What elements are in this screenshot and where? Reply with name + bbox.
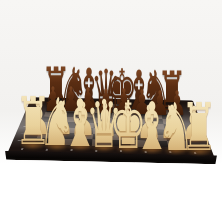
piece-black-pawn: ♟︎	[132, 85, 151, 119]
piece-reflection	[145, 107, 167, 114]
piece-black-queen: ♛︎	[91, 63, 121, 117]
piece-white-pawn: ♟︎	[159, 99, 185, 145]
piece-black-pawn: ♟︎	[79, 83, 98, 117]
piece-reflection	[19, 141, 45, 150]
piece-white-pawn: ♟︎	[70, 96, 96, 142]
piece-reflection	[184, 136, 202, 142]
piece-white-pawn: ♟︎	[48, 95, 74, 141]
piece-reflection	[96, 133, 114, 139]
piece-white-knight: ♞︎	[157, 95, 194, 161]
piece-black-pawn: ♟︎	[114, 84, 133, 118]
chess-set-product-photo: ♜︎♞︎♝︎♛︎♚︎♝︎♞︎♜︎♟︎♟︎♟︎♟︎♟︎♟︎♟︎♟︎♟︎♟︎♟︎♟︎…	[0, 0, 222, 222]
piece-reflection	[95, 105, 117, 112]
piece-black-rook: ♜︎	[41, 61, 71, 115]
piece-reflection	[138, 146, 164, 155]
piece-reflection	[62, 104, 84, 111]
piece-black-pawn: ♟︎	[43, 82, 62, 116]
piece-black-rook: ♜︎	[157, 65, 187, 119]
piece-reflection	[161, 107, 183, 114]
piece-reflection	[115, 145, 141, 154]
piece-white-pawn: ♟︎	[137, 99, 163, 145]
piece-reflection	[140, 134, 158, 140]
piece-white-pawn: ♟︎	[181, 100, 207, 146]
piece-reflection	[162, 135, 180, 141]
piece-white-queen: ♛︎	[86, 92, 123, 158]
piece-reflection	[73, 132, 91, 138]
piece-reflection	[82, 109, 96, 113]
piece-black-knight: ♞︎	[57, 61, 87, 115]
piece-reflection	[29, 130, 47, 136]
piece-black-pawn: ♟︎	[168, 86, 187, 120]
piece-reflection	[153, 112, 167, 116]
piece-reflection	[171, 112, 185, 116]
piece-white-knight: ♞︎	[38, 90, 75, 156]
piece-black-pawn: ♟︎	[97, 84, 116, 118]
piece-white-bishop: ♝︎	[133, 94, 170, 160]
piece-reflection	[99, 110, 113, 114]
piece-reflection	[117, 110, 131, 114]
piece-white-king: ♚︎	[110, 93, 147, 159]
piece-reflection	[51, 131, 69, 137]
piece-white-rook: ♜︎	[14, 89, 51, 155]
piece-reflection	[45, 103, 67, 110]
piece-reflection	[46, 108, 60, 112]
piece-reflection	[64, 109, 78, 113]
piece-black-pawn: ♟︎	[61, 82, 80, 116]
piece-black-knight: ♞︎	[140, 64, 170, 118]
piece-reflection	[128, 106, 150, 113]
piece-white-pawn: ♟︎	[92, 97, 118, 143]
piece-reflection	[43, 142, 69, 151]
piece-reflection	[162, 146, 188, 155]
piece-black-bishop: ♝︎	[124, 64, 154, 118]
piece-white-rook: ♜︎	[181, 95, 218, 161]
pieces-layer: ♜︎♞︎♝︎♛︎♚︎♝︎♞︎♜︎♟︎♟︎♟︎♟︎♟︎♟︎♟︎♟︎♟︎♟︎♟︎♟︎…	[0, 0, 222, 222]
piece-reflection	[91, 144, 117, 153]
piece-reflection	[112, 105, 134, 112]
piece-reflection	[135, 111, 149, 115]
piece-black-pawn: ♟︎	[150, 86, 169, 120]
piece-reflection	[186, 147, 212, 156]
piece-white-bishop: ♝︎	[62, 91, 99, 157]
piece-black-bishop: ♝︎	[74, 62, 104, 116]
piece-reflection	[67, 143, 93, 152]
piece-black-king: ♚︎	[107, 63, 137, 117]
piece-reflection	[118, 134, 136, 140]
piece-white-pawn: ♟︎	[26, 95, 52, 141]
piece-white-pawn: ♟︎	[114, 98, 140, 144]
piece-reflection	[78, 104, 100, 111]
